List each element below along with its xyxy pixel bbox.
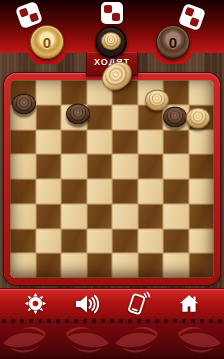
mini-checkerboard-icon [15,1,43,29]
board-cell[interactable] [112,179,138,204]
dark-captured-coin: 0 [156,25,190,59]
board-cell[interactable] [10,179,36,204]
board-cell[interactable] [10,253,36,278]
board-cell[interactable] [36,130,62,155]
ornament-band [0,324,224,359]
board-cell[interactable] [10,229,36,254]
board-cell[interactable] [112,253,138,278]
checker-piece-gold[interactable] [145,89,169,110]
board-cell[interactable] [163,253,189,278]
board-cell[interactable] [87,130,113,155]
board-cell[interactable] [87,154,113,179]
settings-button[interactable] [16,290,56,318]
board-cell[interactable] [87,204,113,229]
checkers-board[interactable] [10,80,214,278]
checker-piece-dark[interactable] [163,106,187,127]
board-cell[interactable] [36,204,62,229]
board-cell[interactable] [61,130,87,155]
board-cell[interactable] [138,130,164,155]
board-cell[interactable] [61,179,87,204]
vibrate-button[interactable] [118,290,158,318]
board-cell[interactable] [163,154,189,179]
board-cell[interactable] [138,229,164,254]
board-cell[interactable] [87,253,113,278]
dark-captured-count: 0 [157,26,189,59]
board-cell[interactable] [189,80,215,105]
board-cell[interactable] [163,229,189,254]
board-cell[interactable] [61,253,87,278]
gear-icon [23,291,48,316]
game-screen: ХОДЯТ 0 0 [0,0,224,359]
home-button[interactable] [169,290,209,318]
board-cell[interactable] [138,154,164,179]
board-cell[interactable] [36,253,62,278]
sound-button[interactable] [67,290,107,318]
board-cell[interactable] [112,105,138,130]
mini-checkerboard-icon [101,2,123,24]
gold-captured-coin: 0 [30,25,64,59]
gold-captured-count: 0 [31,26,63,59]
turn-indicator-piece-gold [101,32,121,50]
checker-piece-dark[interactable] [12,93,36,114]
phone-vibrate-icon [124,291,151,316]
board-cell[interactable] [112,130,138,155]
board-cell[interactable] [189,253,215,278]
checker-piece-gold[interactable] [186,108,210,129]
board-cell[interactable] [61,229,87,254]
board-cell[interactable] [112,229,138,254]
board-cell[interactable] [87,179,113,204]
board-cell[interactable] [189,179,215,204]
board-cell[interactable] [36,154,62,179]
board-cell[interactable] [10,130,36,155]
board-cell[interactable] [36,229,62,254]
board-cell[interactable] [36,105,62,130]
board-cell[interactable] [189,229,215,254]
board-cell[interactable] [87,105,113,130]
board-cell[interactable] [189,204,215,229]
bottom-toolbar [0,288,224,318]
board-cell[interactable] [61,80,87,105]
checker-piece-dark[interactable] [66,103,90,124]
board-cell[interactable] [112,154,138,179]
board-cell[interactable] [36,80,62,105]
board-frame [4,73,220,285]
board-cell[interactable] [138,204,164,229]
leaf-garland-decoration [0,324,224,359]
speaker-icon [73,292,100,316]
board-cell[interactable] [61,154,87,179]
board-cell[interactable] [10,204,36,229]
board-cell[interactable] [112,204,138,229]
board-cell[interactable] [138,253,164,278]
board-cell[interactable] [61,204,87,229]
board-cell[interactable] [163,179,189,204]
board-cell[interactable] [10,154,36,179]
board-cell[interactable] [189,130,215,155]
board-cell[interactable] [138,179,164,204]
board-cell[interactable] [163,204,189,229]
board-cell[interactable] [163,130,189,155]
board-cell[interactable] [36,179,62,204]
turn-indicator [95,26,127,58]
board-cell[interactable] [189,154,215,179]
board-cell[interactable] [87,229,113,254]
home-icon [177,292,201,316]
